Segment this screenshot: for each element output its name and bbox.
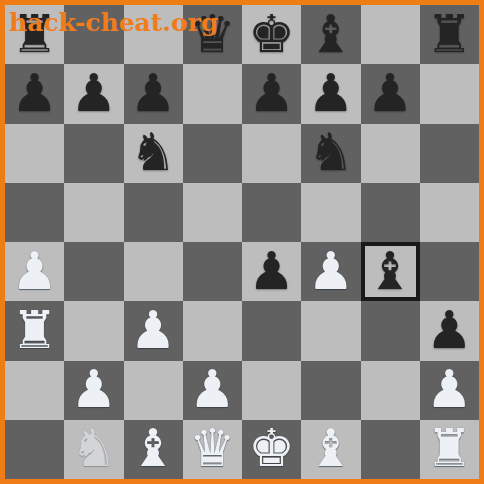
- square-e2[interactable]: [242, 361, 301, 420]
- square-f4[interactable]: ♟: [301, 242, 360, 301]
- square-c2[interactable]: [124, 361, 183, 420]
- square-a8[interactable]: ♜: [5, 5, 64, 64]
- square-f6[interactable]: ♞: [301, 124, 360, 183]
- square-b7[interactable]: ♟: [64, 64, 123, 123]
- square-c6[interactable]: ♞: [124, 124, 183, 183]
- square-g7[interactable]: ♟: [361, 64, 420, 123]
- square-h7[interactable]: [420, 64, 479, 123]
- square-a7[interactable]: ♟: [5, 64, 64, 123]
- square-e1[interactable]: ♚: [242, 420, 301, 479]
- square-c7[interactable]: ♟: [124, 64, 183, 123]
- piece-white-rook[interactable]: ♜: [426, 422, 473, 474]
- piece-white-pawn[interactable]: ♟: [71, 363, 118, 415]
- square-e8[interactable]: ♚: [242, 5, 301, 64]
- square-b6[interactable]: [64, 124, 123, 183]
- piece-black-pawn[interactable]: ♟: [11, 67, 58, 119]
- square-b1[interactable]: ♞: [64, 420, 123, 479]
- square-b5[interactable]: [64, 183, 123, 242]
- piece-black-bishop[interactable]: ♝: [367, 245, 414, 297]
- piece-white-pawn[interactable]: ♟: [11, 245, 58, 297]
- square-c1[interactable]: ♝: [124, 420, 183, 479]
- piece-white-bishop[interactable]: ♝: [308, 422, 355, 474]
- square-d5[interactable]: [183, 183, 242, 242]
- piece-black-knight[interactable]: ♞: [308, 126, 355, 178]
- square-a6[interactable]: [5, 124, 64, 183]
- square-g5[interactable]: [361, 183, 420, 242]
- square-g8[interactable]: [361, 5, 420, 64]
- piece-white-queen[interactable]: ♛: [189, 422, 236, 474]
- piece-black-pawn[interactable]: ♟: [130, 67, 177, 119]
- piece-black-king[interactable]: ♚: [248, 8, 295, 60]
- square-h6[interactable]: [420, 124, 479, 183]
- square-e4[interactable]: ♟: [242, 242, 301, 301]
- piece-black-pawn[interactable]: ♟: [426, 304, 473, 356]
- square-f1[interactable]: ♝: [301, 420, 360, 479]
- square-e7[interactable]: ♟: [242, 64, 301, 123]
- square-c8[interactable]: [124, 5, 183, 64]
- square-h8[interactable]: ♜: [420, 5, 479, 64]
- piece-white-pawn[interactable]: ♟: [189, 363, 236, 415]
- square-h4[interactable]: [420, 242, 479, 301]
- square-a4[interactable]: ♟: [5, 242, 64, 301]
- piece-black-pawn[interactable]: ♟: [248, 67, 295, 119]
- square-h1[interactable]: ♜: [420, 420, 479, 479]
- square-e5[interactable]: [242, 183, 301, 242]
- piece-white-pawn[interactable]: ♟: [130, 304, 177, 356]
- square-b4[interactable]: [64, 242, 123, 301]
- square-f5[interactable]: [301, 183, 360, 242]
- square-d8[interactable]: ♛: [183, 5, 242, 64]
- piece-black-bishop[interactable]: ♝: [308, 8, 355, 60]
- square-h2[interactable]: ♟: [420, 361, 479, 420]
- piece-white-rook[interactable]: ♜: [11, 304, 58, 356]
- square-a5[interactable]: [5, 183, 64, 242]
- square-g6[interactable]: [361, 124, 420, 183]
- piece-black-pawn[interactable]: ♟: [367, 67, 414, 119]
- square-b8[interactable]: [64, 5, 123, 64]
- piece-black-knight[interactable]: ♞: [130, 126, 177, 178]
- square-f8[interactable]: ♝: [301, 5, 360, 64]
- square-h5[interactable]: [420, 183, 479, 242]
- piece-white-king[interactable]: ♚: [248, 422, 295, 474]
- square-g4[interactable]: ♝: [361, 242, 420, 301]
- chess-board: ♜♛♚♝♜♟♟♟♟♟♟♞♞♟♟♟♝♜♟♟♟♟♟♞♝♛♚♝♜: [5, 5, 479, 479]
- square-c4[interactable]: [124, 242, 183, 301]
- piece-white-pawn[interactable]: ♟: [308, 245, 355, 297]
- chess-board-frame: hack-cheat.org ♜♛♚♝♜♟♟♟♟♟♟♞♞♟♟♟♝♜♟♟♟♟♟♞♝…: [0, 0, 484, 484]
- piece-white-knight[interactable]: ♞: [71, 422, 118, 474]
- piece-black-pawn[interactable]: ♟: [71, 67, 118, 119]
- piece-black-queen[interactable]: ♛: [189, 8, 236, 60]
- square-c5[interactable]: [124, 183, 183, 242]
- square-d7[interactable]: [183, 64, 242, 123]
- square-b3[interactable]: [64, 301, 123, 360]
- square-d3[interactable]: [183, 301, 242, 360]
- square-e3[interactable]: [242, 301, 301, 360]
- square-f2[interactable]: [301, 361, 360, 420]
- piece-white-bishop[interactable]: ♝: [130, 422, 177, 474]
- square-h3[interactable]: ♟: [420, 301, 479, 360]
- piece-white-pawn[interactable]: ♟: [426, 363, 473, 415]
- square-g1[interactable]: [361, 420, 420, 479]
- square-c3[interactable]: ♟: [124, 301, 183, 360]
- square-d4[interactable]: [183, 242, 242, 301]
- square-d6[interactable]: [183, 124, 242, 183]
- piece-black-pawn[interactable]: ♟: [308, 67, 355, 119]
- square-g3[interactable]: [361, 301, 420, 360]
- square-f3[interactable]: [301, 301, 360, 360]
- square-g2[interactable]: [361, 361, 420, 420]
- piece-black-rook[interactable]: ♜: [426, 8, 473, 60]
- square-a2[interactable]: [5, 361, 64, 420]
- square-e6[interactable]: [242, 124, 301, 183]
- square-a3[interactable]: ♜: [5, 301, 64, 360]
- square-a1[interactable]: [5, 420, 64, 479]
- square-b2[interactable]: ♟: [64, 361, 123, 420]
- piece-black-rook[interactable]: ♜: [11, 8, 58, 60]
- piece-black-pawn[interactable]: ♟: [248, 245, 295, 297]
- square-f7[interactable]: ♟: [301, 64, 360, 123]
- square-d2[interactable]: ♟: [183, 361, 242, 420]
- square-d1[interactable]: ♛: [183, 420, 242, 479]
